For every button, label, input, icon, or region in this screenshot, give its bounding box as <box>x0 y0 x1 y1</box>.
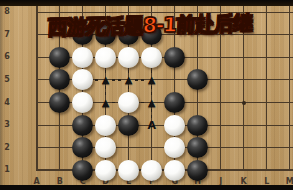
black-stone-B6[interactable] <box>49 47 70 68</box>
white-stone-C4[interactable] <box>72 92 93 113</box>
black-stone-H3[interactable] <box>187 115 208 136</box>
white-stone-F1[interactable] <box>141 160 162 181</box>
white-stone-E1[interactable] <box>118 160 139 181</box>
white-stone-D3[interactable] <box>95 115 116 136</box>
white-stone-G1[interactable] <box>164 160 185 181</box>
black-stone-H1[interactable] <box>187 160 208 181</box>
white-stone-F6[interactable] <box>141 47 162 68</box>
top-letterbox-band <box>0 0 293 6</box>
go-board-screenshot: ▲▲▲▲▲A87654321ABCDEFGHJKLM 西游死活题8-1前赴后继 <box>0 0 293 190</box>
triangle-mark-D5[interactable]: ▲ <box>95 69 116 90</box>
black-stone-B4[interactable] <box>49 92 70 113</box>
triangle-mark-F5[interactable]: ▲ <box>141 69 162 90</box>
white-stone-D1[interactable] <box>95 160 116 181</box>
triangle-mark-F4[interactable]: ▲ <box>141 92 162 113</box>
black-stone-H5[interactable] <box>187 69 208 90</box>
white-stone-E4[interactable] <box>118 92 139 113</box>
problem-title: 西游死活题8-1前赴后继 <box>40 9 259 42</box>
white-stone-C6[interactable] <box>72 47 93 68</box>
black-stone-E3[interactable] <box>118 115 139 136</box>
triangle-mark-D4[interactable]: ▲ <box>95 92 116 113</box>
white-stone-C5[interactable] <box>72 69 93 90</box>
black-stone-C3[interactable] <box>72 115 93 136</box>
black-stone-G4[interactable] <box>164 92 185 113</box>
star-point-K4 <box>242 101 246 105</box>
black-stone-G6[interactable] <box>164 47 185 68</box>
left-edge-shadow <box>0 0 4 190</box>
triangle-mark-E5[interactable]: ▲ <box>118 69 139 90</box>
white-stone-D2[interactable] <box>95 137 116 158</box>
black-stone-H2[interactable] <box>187 137 208 158</box>
black-stone-B5[interactable] <box>49 69 70 90</box>
white-stone-D6[interactable] <box>95 47 116 68</box>
bottom-letterbox-band <box>0 185 293 190</box>
white-stone-G2[interactable] <box>164 137 185 158</box>
point-label-F3[interactable]: A <box>141 115 162 136</box>
white-stone-E6[interactable] <box>118 47 139 68</box>
black-stone-C2[interactable] <box>72 137 93 158</box>
white-stone-G3[interactable] <box>164 115 185 136</box>
black-stone-C1[interactable] <box>72 160 93 181</box>
